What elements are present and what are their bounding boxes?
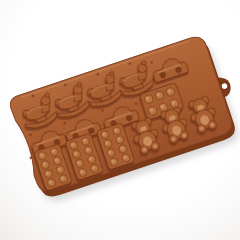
photo-canvas — [0, 0, 240, 240]
mold-photo — [0, 0, 240, 240]
mold-group — [8, 31, 240, 207]
